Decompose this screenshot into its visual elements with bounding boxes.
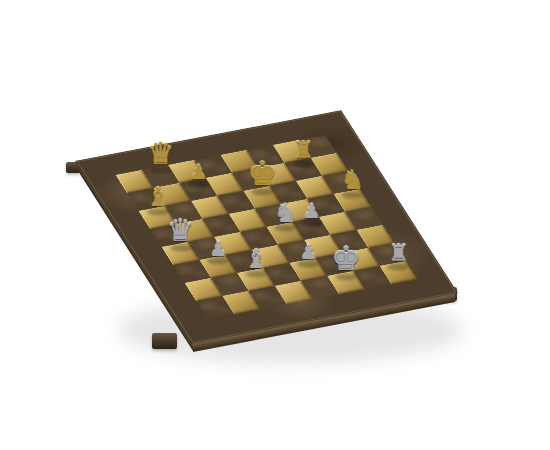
piece-silver-rook-h1[interactable]: ♜ [388,242,409,265]
board-foot-front [152,333,177,349]
piece-gold-king-c4[interactable]: ♚ [248,157,278,190]
piece-silver-pawn-g4[interactable]: ♟ [299,242,317,262]
piece-silver-bishop-g6[interactable]: ♝ [244,246,267,272]
piece-silver-queen-e8[interactable]: ♛ [167,216,194,246]
piece-gold-queen-a7[interactable]: ♛ [147,139,174,169]
piece-gold-rook-b2[interactable]: ♜ [293,139,314,162]
piece-silver-knight-e4[interactable]: ♞ [274,200,297,226]
piece-silver-king-h3[interactable]: ♚ [331,242,361,275]
piece-gold-knight-d1[interactable]: ♞ [341,167,364,193]
piece-silver-pawn-e3[interactable]: ♟ [303,201,321,221]
piece-gold-bishop-c8[interactable]: ♝ [146,184,169,210]
piece-silver-pawn-f7[interactable]: ♟ [209,239,227,259]
product-photo-stage: ♛♟♝♚♜♞♛♟♝♞♟♟♚♜ [0,0,550,450]
piece-gold-pawn-b6[interactable]: ♟ [189,162,207,182]
